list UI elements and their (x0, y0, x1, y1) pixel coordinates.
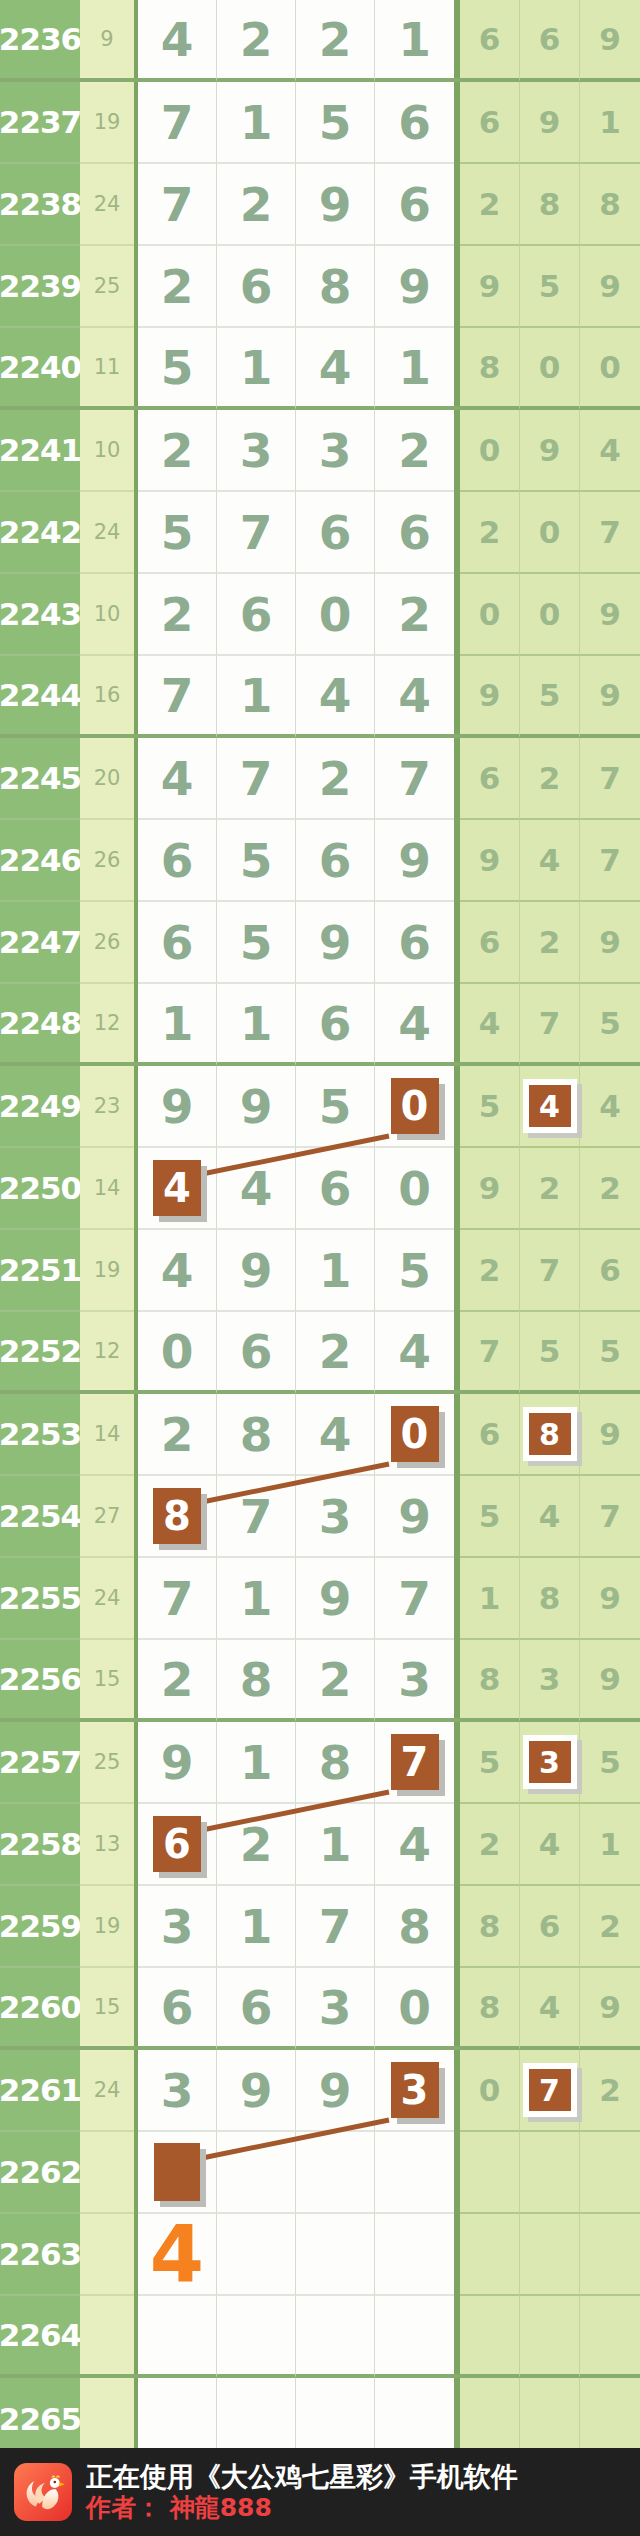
digit-cell: 1 (217, 656, 296, 738)
issue-cell: 2242 (0, 492, 80, 574)
digit-cell: 6 (375, 164, 454, 246)
board-row-2253: 2253142840689 (0, 1394, 640, 1476)
sum-cell: 12 (80, 984, 134, 1066)
board-row-2246: 2246266569947 (0, 820, 640, 902)
highlight-box: 0 (391, 1406, 439, 1462)
extra-digit-cell: 0 (460, 574, 520, 656)
digit-cell: 7 (217, 1476, 296, 1558)
digit-cell: 2 (375, 574, 454, 656)
extra-digit-cell: 4 (520, 1476, 580, 1558)
extra-digit-cell: 4 (520, 1968, 580, 2050)
issue-cell: 2250 (0, 1148, 80, 1230)
extra-digit-cell: 7 (580, 738, 640, 820)
extra-digit-cell: 2 (520, 902, 580, 984)
digit-cell: 4 (217, 1148, 296, 1230)
digit-cell: 6 (375, 492, 454, 574)
extra-digit-cell: 1 (460, 1558, 520, 1640)
digit-cell (296, 2132, 375, 2214)
extra-digit-cell: 8 (460, 1640, 520, 1722)
issue-cell: 2256 (0, 1640, 80, 1722)
extra-digit-cell: 9 (520, 82, 580, 164)
board-row-2254: 2254278739547 (0, 1476, 640, 1558)
board-row-2251: 2251194915276 (0, 1230, 640, 1312)
digit-cell: 2 (138, 246, 217, 328)
digit-cell: 6 (217, 574, 296, 656)
board-row-2252: 2252120624755 (0, 1312, 640, 1394)
issue-cell: 2239 (0, 246, 80, 328)
footer-author: 作者： 神龍888 (86, 2493, 518, 2523)
extra-digit-cell (460, 2214, 520, 2296)
extra-digit-cell (460, 2296, 520, 2378)
board-row-2240: 2240115141800 (0, 328, 640, 410)
digit-cell: 7 (138, 164, 217, 246)
extra-digit-cell: 9 (520, 410, 580, 492)
digit-cell: 7 (375, 738, 454, 820)
board-row-2247: 2247266596629 (0, 902, 640, 984)
extra-digit-cell: 2 (520, 1148, 580, 1230)
extra-digit-cell: 6 (580, 1230, 640, 1312)
digit-cell: 4 (138, 1230, 217, 1312)
digit-cell: 9 (375, 820, 454, 902)
board-row-2263: 22634 (0, 2214, 640, 2296)
sum-cell: 16 (80, 656, 134, 738)
extra-digit-cell (520, 2378, 580, 2448)
extra-digit-cell: 6 (460, 902, 520, 984)
digit-cell: 3 (296, 1968, 375, 2050)
digit-cell: 6 (138, 1804, 217, 1886)
digit-cell: 2 (138, 574, 217, 656)
digit-cell: 6 (217, 246, 296, 328)
digit-cell: 6 (296, 820, 375, 902)
extra-digit-cell (520, 2214, 580, 2296)
digit-cell: 4 (296, 1394, 375, 1476)
sum-cell: 10 (80, 410, 134, 492)
digit-cell (138, 2378, 217, 2448)
highlight-box-framed: 7 (523, 2063, 577, 2117)
issue-cell: 2255 (0, 1558, 80, 1640)
digit-cell: 3 (375, 1640, 454, 1722)
board-row-2258: 2258136214241 (0, 1804, 640, 1886)
digit-cell: 9 (296, 164, 375, 246)
extra-digit-cell: 7 (520, 2050, 580, 2132)
digit-cell (375, 2214, 454, 2296)
digit-cell: 5 (375, 1230, 454, 1312)
digit-cell: 1 (217, 1886, 296, 1968)
extra-digit-cell: 4 (520, 1804, 580, 1886)
rooster-app-icon (14, 2463, 72, 2521)
digit-cell: 1 (217, 1558, 296, 1640)
digit-cell: 9 (138, 1066, 217, 1148)
sum-cell: 20 (80, 738, 134, 820)
extra-digit-cell: 9 (460, 656, 520, 738)
issue-cell: 2243 (0, 574, 80, 656)
extra-digit-cell: 6 (460, 1394, 520, 1476)
board-row-2244: 2244167144959 (0, 656, 640, 738)
highlight-box-digit: 4 (529, 1085, 571, 1127)
extra-digit-cell: 6 (460, 82, 520, 164)
digit-cell: 9 (138, 1722, 217, 1804)
extra-digit-cell: 1 (580, 82, 640, 164)
digit-cell: 2 (296, 1640, 375, 1722)
board-row-2245: 2245204727627 (0, 738, 640, 820)
sum-cell: 19 (80, 82, 134, 164)
board-row-2237: 2237197156691 (0, 82, 640, 164)
highlight-box: 7 (391, 1734, 439, 1790)
sum-cell: 15 (80, 1968, 134, 2050)
sum-cell: 14 (80, 1148, 134, 1230)
digit-cell: 4 (138, 2214, 217, 2296)
digit-cell: 0 (138, 1312, 217, 1394)
board-row-2261: 2261243993072 (0, 2050, 640, 2132)
extra-digit-cell: 8 (520, 1394, 580, 1476)
extra-digit-cell: 4 (580, 1066, 640, 1148)
digit-cell: 2 (296, 0, 375, 82)
digit-cell (217, 2378, 296, 2448)
digit-cell: 7 (296, 1886, 375, 1968)
digit-cell: 2 (138, 1640, 217, 1722)
board-row-2238: 2238247296288 (0, 164, 640, 246)
issue-cell: 2257 (0, 1722, 80, 1804)
extra-digit-cell: 5 (580, 1312, 640, 1394)
extra-digit-cell: 9 (460, 820, 520, 902)
sum-cell: 12 (80, 1312, 134, 1394)
extra-digit-cell: 9 (580, 574, 640, 656)
extra-digit-cell: 5 (520, 246, 580, 328)
sum-cell: 24 (80, 492, 134, 574)
digit-cell: 1 (217, 1722, 296, 1804)
issue-cell: 2240 (0, 328, 80, 410)
digit-cell: 1 (217, 328, 296, 410)
extra-digit-cell: 5 (520, 1312, 580, 1394)
digit-cell: 5 (217, 820, 296, 902)
extra-digit-cell: 8 (460, 1886, 520, 1968)
board-row-2243: 2243102602009 (0, 574, 640, 656)
extra-digit-cell: 5 (520, 656, 580, 738)
digit-cell: 8 (296, 246, 375, 328)
issue-cell: 2259 (0, 1886, 80, 1968)
digit-cell: 3 (217, 410, 296, 492)
board-row-2262: 2262 (0, 2132, 640, 2214)
extra-digit-cell: 5 (580, 984, 640, 1066)
extra-digit-cell (460, 2132, 520, 2214)
digit-cell: 2 (138, 1394, 217, 1476)
sum-cell: 24 (80, 2050, 134, 2132)
extra-digit-cell: 2 (460, 492, 520, 574)
digit-cell: 7 (138, 656, 217, 738)
digit-cell: 9 (375, 246, 454, 328)
extra-digit-cell: 5 (580, 1722, 640, 1804)
digit-cell: 7 (217, 738, 296, 820)
digit-cell: 4 (296, 656, 375, 738)
digit-cell (138, 2132, 217, 2214)
board-row-2264: 2264 (0, 2296, 640, 2378)
highlight-box-framed: 4 (523, 1079, 577, 1133)
digit-cell: 0 (375, 1148, 454, 1230)
digit-cell: 6 (138, 902, 217, 984)
extra-digit-cell: 4 (580, 410, 640, 492)
issue-cell: 2246 (0, 820, 80, 902)
extra-digit-cell: 8 (520, 164, 580, 246)
digit-cell: 2 (217, 0, 296, 82)
digit-cell (296, 2296, 375, 2378)
digit-cell: 5 (296, 82, 375, 164)
digit-cell (296, 2214, 375, 2296)
extra-digit-cell: 3 (520, 1722, 580, 1804)
digit-cell: 9 (217, 2050, 296, 2132)
digit-cell: 0 (296, 574, 375, 656)
extra-digit-cell: 0 (580, 328, 640, 410)
board-row-2239: 2239252689959 (0, 246, 640, 328)
digit-cell: 8 (296, 1722, 375, 1804)
extra-digit-cell: 6 (460, 738, 520, 820)
digit-cell: 2 (138, 410, 217, 492)
digit-cell: 8 (217, 1640, 296, 1722)
extra-digit-cell: 4 (460, 984, 520, 1066)
digit-cell: 4 (375, 656, 454, 738)
extra-digit-cell: 1 (580, 1804, 640, 1886)
digit-cell: 1 (217, 984, 296, 1066)
sum-cell: 9 (80, 0, 134, 82)
digit-cell: 0 (375, 1394, 454, 1476)
prediction-digit: 4 (150, 2214, 204, 2294)
digit-cell: 6 (296, 1148, 375, 1230)
extra-digit-cell: 2 (520, 738, 580, 820)
digit-cell: 4 (375, 1804, 454, 1886)
digit-cell: 1 (296, 1804, 375, 1886)
digit-cell: 3 (375, 2050, 454, 2132)
extra-digit-cell: 7 (580, 1476, 640, 1558)
sum-cell (80, 2296, 134, 2378)
extra-digit-cell: 9 (580, 246, 640, 328)
extra-digit-cell: 2 (580, 1886, 640, 1968)
board-row-2260: 2260156630849 (0, 1968, 640, 2050)
digit-cell: 7 (375, 1558, 454, 1640)
digit-cell (217, 2296, 296, 2378)
extra-digit-cell: 9 (580, 1558, 640, 1640)
extra-digit-cell: 7 (520, 1230, 580, 1312)
sum-cell: 27 (80, 1476, 134, 1558)
extra-digit-cell: 8 (580, 164, 640, 246)
extra-digit-cell: 9 (580, 1394, 640, 1476)
extra-digit-cell: 7 (580, 820, 640, 902)
footer-title: 正在使用《大公鸡七星彩》手机软件 (86, 2461, 518, 2493)
board-row-2242: 2242245766207 (0, 492, 640, 574)
extra-digit-cell: 0 (460, 2050, 520, 2132)
board-row-2256: 2256152823839 (0, 1640, 640, 1722)
extra-digit-cell: 2 (460, 1804, 520, 1886)
issue-cell: 2264 (0, 2296, 80, 2378)
board-row-2241: 2241102332094 (0, 410, 640, 492)
issue-cell: 2244 (0, 656, 80, 738)
extra-digit-cell: 7 (460, 1312, 520, 1394)
digit-cell: 1 (375, 0, 454, 82)
digit-cell: 5 (138, 328, 217, 410)
highlight-box-digit: 7 (529, 2069, 571, 2111)
extra-digit-cell: 9 (580, 1968, 640, 2050)
digit-cell: 9 (296, 902, 375, 984)
extra-digit-cell: 5 (460, 1066, 520, 1148)
digit-cell (375, 2378, 454, 2448)
extra-digit-cell: 5 (460, 1722, 520, 1804)
highlight-box: 4 (153, 1160, 201, 1216)
extra-digit-cell (460, 2378, 520, 2448)
extra-digit-cell (580, 2296, 640, 2378)
digit-cell (138, 2296, 217, 2378)
digit-cell: 6 (375, 902, 454, 984)
extra-digit-cell (580, 2378, 640, 2448)
extra-digit-cell: 8 (460, 1968, 520, 2050)
issue-cell: 2245 (0, 738, 80, 820)
digit-cell: 3 (138, 2050, 217, 2132)
board-row-2250: 2250144460922 (0, 1148, 640, 1230)
highlight-box-framed: 3 (523, 1735, 577, 1789)
sum-cell: 24 (80, 1558, 134, 1640)
board-row-2265: 2265 (0, 2378, 640, 2448)
digit-cell: 8 (217, 1394, 296, 1476)
digit-cell: 6 (375, 82, 454, 164)
digit-cell: 9 (217, 1066, 296, 1148)
sum-cell: 10 (80, 574, 134, 656)
digit-cell: 2 (296, 738, 375, 820)
digit-cell: 7 (375, 1722, 454, 1804)
board-row-2259: 2259193178862 (0, 1886, 640, 1968)
digit-cell (217, 2132, 296, 2214)
highlight-box-digit: 8 (529, 1413, 571, 1455)
footer-banner: 正在使用《大公鸡七星彩》手机软件 作者： 神龍888 (0, 2448, 640, 2536)
sum-cell: 25 (80, 1722, 134, 1804)
issue-cell: 2236 (0, 0, 80, 82)
sum-cell: 13 (80, 1804, 134, 1886)
digit-cell (375, 2296, 454, 2378)
board-row-2257: 2257259187535 (0, 1722, 640, 1804)
issue-cell: 2263 (0, 2214, 80, 2296)
extra-digit-cell: 3 (520, 1640, 580, 1722)
digit-cell: 0 (375, 1968, 454, 2050)
issue-cell: 2249 (0, 1066, 80, 1148)
extra-digit-cell: 9 (460, 1148, 520, 1230)
sum-cell: 25 (80, 246, 134, 328)
extra-digit-cell: 8 (460, 328, 520, 410)
digit-cell: 3 (296, 1476, 375, 1558)
extra-digit-cell: 0 (460, 410, 520, 492)
highlight-box: 3 (391, 2062, 439, 2118)
digit-cell: 4 (138, 1148, 217, 1230)
board-row-2249: 2249239950544 (0, 1066, 640, 1148)
extra-digit-cell: 7 (580, 492, 640, 574)
highlight-box-digit: 3 (529, 1741, 571, 1783)
issue-cell: 2241 (0, 410, 80, 492)
digit-cell: 8 (375, 1886, 454, 1968)
extra-digit-cell: 5 (460, 1476, 520, 1558)
extra-digit-cell: 4 (520, 1066, 580, 1148)
sum-cell: 11 (80, 328, 134, 410)
board-row-2248: 2248121164475 (0, 984, 640, 1066)
digit-cell: 2 (375, 410, 454, 492)
digit-cell (217, 2214, 296, 2296)
highlight-box: 6 (153, 1816, 201, 1872)
extra-digit-cell: 9 (460, 246, 520, 328)
digit-cell: 8 (138, 1476, 217, 1558)
board-row-2236: 223694221669 (0, 0, 640, 82)
highlight-box: 8 (153, 1488, 201, 1544)
extra-digit-cell (520, 2296, 580, 2378)
board-row-2255: 2255247197189 (0, 1558, 640, 1640)
extra-digit-cell: 2 (460, 1230, 520, 1312)
issue-cell: 2262 (0, 2132, 80, 2214)
digit-cell: 2 (296, 1312, 375, 1394)
issue-cell: 2253 (0, 1394, 80, 1476)
digit-cell: 4 (138, 0, 217, 82)
digit-cell: 4 (375, 1312, 454, 1394)
digit-cell: 6 (138, 1968, 217, 2050)
sum-cell: 19 (80, 1886, 134, 1968)
digit-cell: 4 (296, 328, 375, 410)
extra-digit-cell: 9 (580, 1640, 640, 1722)
digit-cell: 6 (296, 984, 375, 1066)
digit-cell (375, 2132, 454, 2214)
digit-cell: 9 (217, 1230, 296, 1312)
digit-cell: 5 (217, 902, 296, 984)
extra-digit-cell: 6 (520, 0, 580, 82)
extra-digit-cell (580, 2132, 640, 2214)
extra-digit-cell: 2 (580, 2050, 640, 2132)
digit-cell: 9 (375, 1476, 454, 1558)
digit-cell: 1 (296, 1230, 375, 1312)
digit-cell: 6 (138, 820, 217, 902)
issue-cell: 2252 (0, 1312, 80, 1394)
sum-cell: 26 (80, 902, 134, 984)
extra-digit-cell (580, 2214, 640, 2296)
issue-cell: 2261 (0, 2050, 80, 2132)
trend-chart-board: 2236942216692237197156691223824729628822… (0, 0, 640, 2448)
issue-cell: 2248 (0, 984, 80, 1066)
issue-cell: 2251 (0, 1230, 80, 1312)
digit-cell: 5 (296, 1066, 375, 1148)
extra-digit-cell: 2 (580, 1148, 640, 1230)
sum-cell (80, 2378, 134, 2448)
issue-cell: 2254 (0, 1476, 80, 1558)
extra-digit-cell: 6 (460, 0, 520, 82)
digit-cell: 1 (375, 328, 454, 410)
digit-cell: 6 (217, 1968, 296, 2050)
digit-cell: 7 (138, 82, 217, 164)
digit-cell: 4 (138, 738, 217, 820)
extra-digit-cell: 9 (580, 656, 640, 738)
sum-cell: 24 (80, 164, 134, 246)
digit-cell: 2 (217, 1804, 296, 1886)
extra-digit-cell: 7 (520, 984, 580, 1066)
digit-cell: 0 (375, 1066, 454, 1148)
digit-cell: 1 (217, 82, 296, 164)
digit-cell: 2 (217, 164, 296, 246)
sum-cell (80, 2214, 134, 2296)
issue-cell: 2260 (0, 1968, 80, 2050)
extra-digit-cell: 6 (520, 1886, 580, 1968)
issue-cell: 2237 (0, 82, 80, 164)
sum-cell: 26 (80, 820, 134, 902)
issue-cell: 2258 (0, 1804, 80, 1886)
sum-cell: 19 (80, 1230, 134, 1312)
extra-digit-cell: 9 (580, 902, 640, 984)
extra-digit-cell: 0 (520, 328, 580, 410)
sum-cell (80, 2132, 134, 2214)
digit-cell: 3 (138, 1886, 217, 1968)
sum-cell: 14 (80, 1394, 134, 1476)
digit-cell: 6 (217, 1312, 296, 1394)
extra-digit-cell: 9 (580, 0, 640, 82)
extra-digit-cell: 0 (520, 574, 580, 656)
extra-digit-cell: 0 (520, 492, 580, 574)
